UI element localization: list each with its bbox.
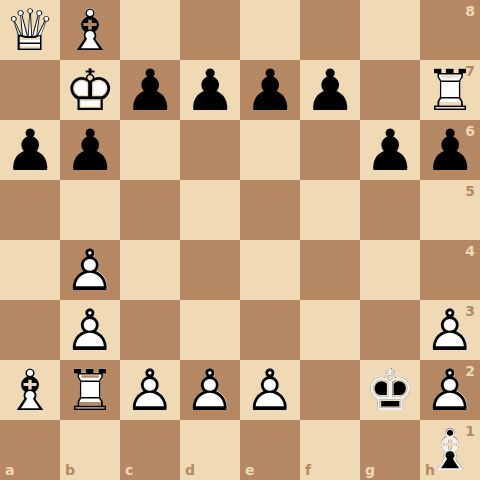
black-pawn-icon: ♟ <box>240 60 300 120</box>
square-d3[interactable] <box>180 300 240 360</box>
square-g4[interactable] <box>360 240 420 300</box>
black-bishop-outline-icon: ♗ <box>420 420 480 480</box>
square-a7[interactable] <box>0 60 60 120</box>
square-h8[interactable]: 8 <box>420 0 480 60</box>
white-king-icon: ♚ <box>60 60 120 120</box>
square-c7[interactable]: ♟ <box>120 60 180 120</box>
white-pawn-outline-icon: ♙ <box>240 360 300 420</box>
square-h5[interactable]: 5 <box>420 180 480 240</box>
file-label-c: c <box>125 463 133 477</box>
square-g7[interactable] <box>360 60 420 120</box>
white-pawn-icon: ♟ <box>180 360 240 420</box>
square-c4[interactable] <box>120 240 180 300</box>
square-c3[interactable] <box>120 300 180 360</box>
square-b8[interactable]: ♝♗ <box>60 0 120 60</box>
square-h7[interactable]: 7♜♖ <box>420 60 480 120</box>
piece-white-pawn-d2[interactable]: ♟♙ <box>180 360 240 420</box>
square-b1[interactable]: b <box>60 420 120 480</box>
square-d7[interactable]: ♟ <box>180 60 240 120</box>
square-f5[interactable] <box>300 180 360 240</box>
rank-label-4: 4 <box>465 244 475 258</box>
white-bishop-outline-icon: ♗ <box>60 0 120 60</box>
white-pawn-icon: ♟ <box>420 300 480 360</box>
square-a6[interactable]: ♟ <box>0 120 60 180</box>
square-e7[interactable]: ♟ <box>240 60 300 120</box>
white-rook-icon: ♜ <box>60 360 120 420</box>
white-pawn-icon: ♟ <box>60 240 120 300</box>
square-e3[interactable] <box>240 300 300 360</box>
square-f8[interactable] <box>300 0 360 60</box>
black-pawn-icon: ♟ <box>180 60 240 120</box>
piece-white-queen-a8[interactable]: ♛♕ <box>0 0 60 60</box>
file-label-f: f <box>305 463 311 477</box>
file-label-g: g <box>365 463 375 477</box>
square-g2[interactable]: ♚♔ <box>360 360 420 420</box>
piece-white-king-b7[interactable]: ♚♔ <box>60 60 120 120</box>
file-label-a: a <box>5 463 14 477</box>
piece-white-pawn-c2[interactable]: ♟♙ <box>120 360 180 420</box>
square-g5[interactable] <box>360 180 420 240</box>
piece-black-king-g2[interactable]: ♚♔ <box>360 360 420 420</box>
square-c1[interactable]: c <box>120 420 180 480</box>
square-f4[interactable] <box>300 240 360 300</box>
black-pawn-icon: ♟ <box>360 120 420 180</box>
square-b4[interactable]: ♟♙ <box>60 240 120 300</box>
square-f2[interactable] <box>300 360 360 420</box>
black-pawn-icon: ♟ <box>120 60 180 120</box>
square-b7[interactable]: ♚♔ <box>60 60 120 120</box>
piece-black-bishop-h1[interactable]: ♝♗ <box>420 420 480 480</box>
piece-black-pawn-g6[interactable]: ♟ <box>360 120 420 180</box>
white-pawn-outline-icon: ♙ <box>420 360 480 420</box>
square-e8[interactable] <box>240 0 300 60</box>
square-g3[interactable] <box>360 300 420 360</box>
square-f7[interactable]: ♟ <box>300 60 360 120</box>
black-king-outline-icon: ♔ <box>360 360 420 420</box>
square-h4[interactable]: 4 <box>420 240 480 300</box>
file-label-d: d <box>185 463 195 477</box>
square-e1[interactable]: e <box>240 420 300 480</box>
black-pawn-icon: ♟ <box>0 120 60 180</box>
square-b2[interactable]: ♜♖ <box>60 360 120 420</box>
black-pawn-icon: ♟ <box>60 120 120 180</box>
piece-black-pawn-c7[interactable]: ♟ <box>120 60 180 120</box>
chess-board: ♛♕♝♗8♚♔♟♟♟♟7♜♖♟♟♟6♟5♟♙4♟♙3♟♙♝♗♜♖♟♙♟♙♟♙♚♔… <box>0 0 480 480</box>
white-pawn-icon: ♟ <box>60 300 120 360</box>
white-king-outline-icon: ♔ <box>60 60 120 120</box>
square-c5[interactable] <box>120 180 180 240</box>
square-d8[interactable] <box>180 0 240 60</box>
square-g6[interactable]: ♟ <box>360 120 420 180</box>
piece-black-pawn-e7[interactable]: ♟ <box>240 60 300 120</box>
square-a5[interactable] <box>0 180 60 240</box>
white-rook-icon: ♜ <box>420 60 480 120</box>
rank-label-8: 8 <box>465 4 475 18</box>
black-pawn-icon: ♟ <box>420 120 480 180</box>
square-a2[interactable]: ♝♗ <box>0 360 60 420</box>
square-b3[interactable]: ♟♙ <box>60 300 120 360</box>
piece-white-bishop-b8[interactable]: ♝♗ <box>60 0 120 60</box>
square-f3[interactable] <box>300 300 360 360</box>
piece-black-pawn-f7[interactable]: ♟ <box>300 60 360 120</box>
file-label-e: e <box>245 463 255 477</box>
square-c8[interactable] <box>120 0 180 60</box>
square-a8[interactable]: ♛♕ <box>0 0 60 60</box>
square-c6[interactable] <box>120 120 180 180</box>
piece-white-pawn-b4[interactable]: ♟♙ <box>60 240 120 300</box>
white-rook-outline-icon: ♖ <box>420 60 480 120</box>
black-king-icon: ♚ <box>360 360 420 420</box>
square-a3[interactable] <box>0 300 60 360</box>
square-h6[interactable]: 6♟ <box>420 120 480 180</box>
square-a1[interactable]: a <box>0 420 60 480</box>
rank-label-5: 5 <box>465 184 475 198</box>
square-f1[interactable]: f <box>300 420 360 480</box>
square-h2[interactable]: 2♟♙ <box>420 360 480 420</box>
piece-white-pawn-e2[interactable]: ♟♙ <box>240 360 300 420</box>
white-pawn-icon: ♟ <box>120 360 180 420</box>
white-pawn-outline-icon: ♙ <box>180 360 240 420</box>
piece-white-bishop-a2[interactable]: ♝♗ <box>0 360 60 420</box>
square-d4[interactable] <box>180 240 240 300</box>
square-g8[interactable] <box>360 0 420 60</box>
square-b6[interactable]: ♟ <box>60 120 120 180</box>
piece-white-pawn-h3[interactable]: ♟♙ <box>420 300 480 360</box>
white-pawn-icon: ♟ <box>240 360 300 420</box>
square-d2[interactable]: ♟♙ <box>180 360 240 420</box>
piece-white-pawn-b3[interactable]: ♟♙ <box>60 300 120 360</box>
white-rook-outline-icon: ♖ <box>60 360 120 420</box>
white-queen-outline-icon: ♕ <box>0 0 60 60</box>
white-pawn-outline-icon: ♙ <box>120 360 180 420</box>
white-pawn-outline-icon: ♙ <box>60 300 120 360</box>
white-bishop-outline-icon: ♗ <box>0 360 60 420</box>
square-c2[interactable]: ♟♙ <box>120 360 180 420</box>
square-e5[interactable] <box>240 180 300 240</box>
square-d5[interactable] <box>180 180 240 240</box>
piece-black-pawn-b6[interactable]: ♟ <box>60 120 120 180</box>
piece-white-rook-h7[interactable]: ♜♖ <box>420 60 480 120</box>
square-f6[interactable] <box>300 120 360 180</box>
black-pawn-icon: ♟ <box>300 60 360 120</box>
square-e4[interactable] <box>240 240 300 300</box>
square-h3[interactable]: 3♟♙ <box>420 300 480 360</box>
piece-black-pawn-d7[interactable]: ♟ <box>180 60 240 120</box>
white-pawn-icon: ♟ <box>420 360 480 420</box>
square-g1[interactable]: g <box>360 420 420 480</box>
square-h1[interactable]: 1h♝♗ <box>420 420 480 480</box>
white-bishop-icon: ♝ <box>60 0 120 60</box>
square-d1[interactable]: d <box>180 420 240 480</box>
white-queen-icon: ♛ <box>0 0 60 60</box>
square-a4[interactable] <box>0 240 60 300</box>
piece-white-rook-b2[interactable]: ♜♖ <box>60 360 120 420</box>
file-label-b: b <box>65 463 75 477</box>
square-e6[interactable] <box>240 120 300 180</box>
piece-black-pawn-h6[interactable]: ♟ <box>420 120 480 180</box>
white-pawn-outline-icon: ♙ <box>420 300 480 360</box>
square-e2[interactable]: ♟♙ <box>240 360 300 420</box>
square-b5[interactable] <box>60 180 120 240</box>
white-bishop-icon: ♝ <box>0 360 60 420</box>
piece-white-pawn-h2[interactable]: ♟♙ <box>420 360 480 420</box>
square-d6[interactable] <box>180 120 240 180</box>
black-bishop-icon: ♝ <box>420 420 480 480</box>
piece-black-pawn-a6[interactable]: ♟ <box>0 120 60 180</box>
white-pawn-outline-icon: ♙ <box>60 240 120 300</box>
